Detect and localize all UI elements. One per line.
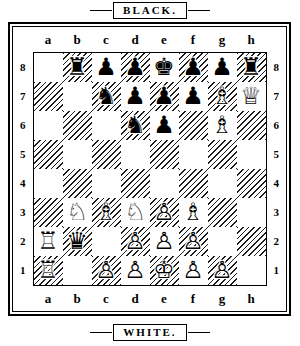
square-g5[interactable]: [208, 140, 237, 169]
file-label-h: h: [237, 30, 266, 50]
file-label-d: d: [121, 289, 150, 309]
square-h5[interactable]: [237, 140, 266, 169]
white-pawn-g1[interactable]: ♙: [208, 256, 237, 285]
square-b2[interactable]: ♛: [63, 227, 92, 256]
square-c2[interactable]: [92, 227, 121, 256]
white-pawn-f2[interactable]: ♙: [179, 227, 208, 256]
square-c4[interactable]: [92, 169, 121, 198]
black-rook-h8[interactable]: ♜: [237, 53, 266, 82]
black-knight-c7[interactable]: ♞: [92, 82, 121, 111]
square-f4[interactable]: [179, 169, 208, 198]
white-pawn-d2[interactable]: ♙: [121, 227, 150, 256]
square-e1[interactable]: ♔: [150, 256, 179, 285]
square-b6[interactable]: [63, 111, 92, 140]
square-e8[interactable]: ♚: [150, 53, 179, 82]
rank-label-3: 3: [15, 198, 31, 227]
rank-label-5: 5: [15, 140, 31, 169]
board-outer-frame: abcdefgh 87654321 ♜♟♟♚♟♟♜♞♟♟♟♗♕♞♟♗♘♗♘♙♗♖…: [8, 22, 291, 316]
white-bishop-f3[interactable]: ♗: [179, 198, 208, 227]
square-g8[interactable]: ♟: [208, 53, 237, 82]
rank-label-8: 8: [268, 53, 284, 82]
square-a1[interactable]: ♖: [34, 256, 63, 285]
square-e4[interactable]: [150, 169, 179, 198]
black-pawn-g8[interactable]: ♟: [208, 53, 237, 82]
black-pawn-d7[interactable]: ♟: [121, 82, 150, 111]
square-h3[interactable]: [237, 198, 266, 227]
square-h2[interactable]: [237, 227, 266, 256]
square-e3[interactable]: ♙: [150, 198, 179, 227]
rank-label-6: 6: [268, 111, 284, 140]
white-knight-d3[interactable]: ♘: [121, 198, 150, 227]
square-b7[interactable]: [63, 82, 92, 111]
rank-label-8: 8: [15, 53, 31, 82]
white-pawn-e2[interactable]: ♙: [150, 227, 179, 256]
square-g6[interactable]: ♗: [208, 111, 237, 140]
file-label-a: a: [34, 289, 63, 309]
rank-label-2: 2: [268, 227, 284, 256]
white-side-label-row: WHITE.: [0, 324, 300, 341]
square-e2[interactable]: ♙: [150, 227, 179, 256]
square-f2[interactable]: ♙: [179, 227, 208, 256]
board-inner-frame: abcdefgh 87654321 ♜♟♟♚♟♟♜♞♟♟♟♗♕♞♟♗♘♗♘♙♗♖…: [12, 26, 287, 312]
file-label-a: a: [34, 30, 63, 50]
square-f6[interactable]: [179, 111, 208, 140]
rank-label-5: 5: [268, 140, 284, 169]
rank-labels-left: 87654321: [15, 53, 31, 285]
square-g3[interactable]: [208, 198, 237, 227]
white-bishop-c3[interactable]: ♗: [92, 198, 121, 227]
square-d3[interactable]: ♘: [121, 198, 150, 227]
file-label-f: f: [179, 30, 208, 50]
rank-label-3: 3: [268, 198, 284, 227]
square-e6[interactable]: ♟: [150, 111, 179, 140]
square-d7[interactable]: ♟: [121, 82, 150, 111]
rank-label-6: 6: [15, 111, 31, 140]
square-a3[interactable]: [34, 198, 63, 227]
label-rule-left: [90, 332, 112, 333]
file-label-h: h: [237, 289, 266, 309]
square-f8[interactable]: ♟: [179, 53, 208, 82]
square-c5[interactable]: [92, 140, 121, 169]
black-side-label: BLACK.: [113, 2, 187, 19]
square-b8[interactable]: ♜: [63, 53, 92, 82]
file-label-c: c: [92, 30, 121, 50]
white-bishop-g7[interactable]: ♗: [208, 82, 237, 111]
black-pawn-c8[interactable]: ♟: [92, 53, 121, 82]
rank-label-2: 2: [15, 227, 31, 256]
rank-label-7: 7: [268, 82, 284, 111]
square-c8[interactable]: ♟: [92, 53, 121, 82]
square-f1[interactable]: ♙: [179, 256, 208, 285]
black-side-label-row: BLACK.: [0, 2, 300, 19]
white-bishop-g6[interactable]: ♗: [208, 111, 237, 140]
black-pawn-f8[interactable]: ♟: [179, 53, 208, 82]
rank-labels-right: 87654321: [268, 53, 284, 285]
white-rook-a2[interactable]: ♖: [34, 227, 63, 256]
white-knight-b3[interactable]: ♘: [63, 198, 92, 227]
black-rook-b8[interactable]: ♜: [63, 53, 92, 82]
square-a8[interactable]: [34, 53, 63, 82]
square-e7[interactable]: ♟: [150, 82, 179, 111]
file-label-b: b: [63, 289, 92, 309]
square-h4[interactable]: [237, 169, 266, 198]
square-b5[interactable]: [63, 140, 92, 169]
square-e5[interactable]: [150, 140, 179, 169]
rank-label-1: 1: [268, 256, 284, 285]
label-rule-left: [90, 10, 112, 11]
file-labels-top: abcdefgh: [34, 30, 266, 50]
label-rule-right: [188, 10, 210, 11]
black-pawn-e7[interactable]: ♟: [150, 82, 179, 111]
black-queen-b2[interactable]: ♛: [63, 227, 92, 256]
square-d8[interactable]: ♟: [121, 53, 150, 82]
chess-board: ♜♟♟♚♟♟♜♞♟♟♟♗♕♞♟♗♘♗♘♙♗♖♛♙♙♙♖♙♙♔♙♙: [33, 52, 267, 286]
rank-label-1: 1: [15, 256, 31, 285]
black-pawn-f7[interactable]: ♟: [179, 82, 208, 111]
file-label-g: g: [208, 289, 237, 309]
file-label-g: g: [208, 30, 237, 50]
square-b1[interactable]: [63, 256, 92, 285]
white-pawn-c1[interactable]: ♙: [92, 256, 121, 285]
file-label-e: e: [150, 289, 179, 309]
square-h8[interactable]: ♜: [237, 53, 266, 82]
white-pawn-e3[interactable]: ♙: [150, 198, 179, 227]
black-king-e8[interactable]: ♚: [150, 53, 179, 82]
square-d1[interactable]: ♙: [121, 256, 150, 285]
file-labels-bottom: abcdefgh: [34, 289, 266, 309]
square-d2[interactable]: ♙: [121, 227, 150, 256]
square-g2[interactable]: [208, 227, 237, 256]
square-g1[interactable]: ♙: [208, 256, 237, 285]
file-label-d: d: [121, 30, 150, 50]
square-h6[interactable]: [237, 111, 266, 140]
square-c3[interactable]: ♗: [92, 198, 121, 227]
square-f7[interactable]: ♟: [179, 82, 208, 111]
square-f3[interactable]: ♗: [179, 198, 208, 227]
square-g7[interactable]: ♗: [208, 82, 237, 111]
white-king-e1[interactable]: ♔: [150, 256, 179, 285]
square-f5[interactable]: [179, 140, 208, 169]
square-c1[interactable]: ♙: [92, 256, 121, 285]
label-rule-right: [188, 332, 210, 333]
black-pawn-d8[interactable]: ♟: [121, 53, 150, 82]
file-label-e: e: [150, 30, 179, 50]
square-b3[interactable]: ♘: [63, 198, 92, 227]
square-a5[interactable]: [34, 140, 63, 169]
square-a4[interactable]: [34, 169, 63, 198]
square-c7[interactable]: ♞: [92, 82, 121, 111]
white-pawn-f1[interactable]: ♙: [179, 256, 208, 285]
white-rook-a1[interactable]: ♖: [34, 256, 63, 285]
square-g4[interactable]: [208, 169, 237, 198]
white-pawn-d1[interactable]: ♙: [121, 256, 150, 285]
black-knight-d6[interactable]: ♞: [121, 111, 150, 140]
rank-label-4: 4: [268, 169, 284, 198]
file-label-f: f: [179, 289, 208, 309]
rank-label-4: 4: [15, 169, 31, 198]
square-a6[interactable]: [34, 111, 63, 140]
square-h7[interactable]: ♕: [237, 82, 266, 111]
white-side-label: WHITE.: [113, 324, 186, 341]
square-d5[interactable]: [121, 140, 150, 169]
black-pawn-e6[interactable]: ♟: [150, 111, 179, 140]
file-label-b: b: [63, 30, 92, 50]
square-h1[interactable]: [237, 256, 266, 285]
square-a7[interactable]: [34, 82, 63, 111]
chess-diagram-page: BLACK. abcdefgh 87654321 ♜♟♟♚♟♟♜♞♟♟♟♗♕♞♟…: [0, 0, 300, 346]
square-c6[interactable]: [92, 111, 121, 140]
square-d4[interactable]: [121, 169, 150, 198]
square-a2[interactable]: ♖: [34, 227, 63, 256]
square-b4[interactable]: [63, 169, 92, 198]
file-label-c: c: [92, 289, 121, 309]
white-queen-h7[interactable]: ♕: [237, 82, 266, 111]
rank-label-7: 7: [15, 82, 31, 111]
square-d6[interactable]: ♞: [121, 111, 150, 140]
